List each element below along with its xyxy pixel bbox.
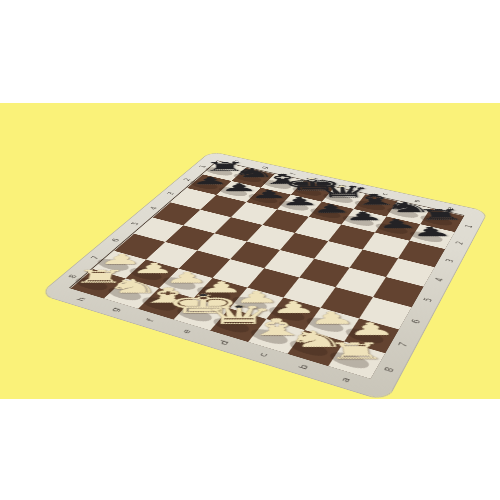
chess-board: hhggffeeddccbbaa1122334455667788 ♜♞♝♚♛♝♞…: [40, 152, 487, 401]
photo-stage: hhggffeeddccbbaa1122334455667788 ♜♞♝♚♛♝♞…: [0, 0, 500, 500]
king-finial: [308, 178, 314, 179]
rook-icon: ♜: [414, 207, 468, 221]
board-scene: hhggffeeddccbbaa1122334455667788 ♜♞♝♚♛♝♞…: [0, 0, 500, 500]
pawn-icon: ♟: [408, 225, 454, 238]
